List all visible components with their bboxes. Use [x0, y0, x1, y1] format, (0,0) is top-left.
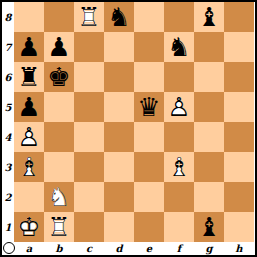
square-a2[interactable]	[14, 182, 44, 212]
file-label-f: f	[164, 242, 194, 255]
square-f6[interactable]	[164, 62, 194, 92]
square-c3[interactable]	[74, 152, 104, 182]
chess-board: ♜♖♞♝♟♟♞♜♚♟♛♟♙♟♙♝♗♝♗♞♘♚♔♜♖♝	[14, 2, 254, 242]
square-g8[interactable]: ♝	[194, 2, 224, 32]
square-a3[interactable]: ♝♗	[14, 152, 44, 182]
square-c2[interactable]	[74, 182, 104, 212]
square-d3[interactable]	[104, 152, 134, 182]
square-h7[interactable]	[224, 32, 254, 62]
square-f4[interactable]	[164, 122, 194, 152]
piece-black-knight-icon[interactable]: ♞	[164, 32, 194, 62]
piece-black-knight-icon[interactable]: ♞	[104, 2, 134, 32]
piece-black-bishop-icon[interactable]: ♝	[194, 2, 224, 32]
square-e7[interactable]	[134, 32, 164, 62]
piece-white-rook-icon[interactable]: ♜♖	[74, 2, 104, 32]
rank-label-4: 4	[2, 122, 14, 152]
file-label-b: b	[44, 242, 74, 255]
square-f5[interactable]: ♟♙	[164, 92, 194, 122]
piece-outline-layer: ♔	[14, 212, 44, 242]
square-e2[interactable]	[134, 182, 164, 212]
piece-outline-layer: ♗	[164, 152, 194, 182]
square-a8[interactable]	[14, 2, 44, 32]
square-h2[interactable]	[224, 182, 254, 212]
square-e5[interactable]: ♛	[134, 92, 164, 122]
square-g6[interactable]	[194, 62, 224, 92]
piece-outline-layer: ♙	[14, 122, 44, 152]
square-d7[interactable]	[104, 32, 134, 62]
square-e6[interactable]	[134, 62, 164, 92]
square-h5[interactable]	[224, 92, 254, 122]
square-h6[interactable]	[224, 62, 254, 92]
square-c5[interactable]	[74, 92, 104, 122]
piece-outline-layer: ♙	[164, 92, 194, 122]
square-a5[interactable]: ♟	[14, 92, 44, 122]
square-b3[interactable]	[44, 152, 74, 182]
square-c8[interactable]: ♜♖	[74, 2, 104, 32]
square-g2[interactable]	[194, 182, 224, 212]
square-d2[interactable]	[104, 182, 134, 212]
square-e4[interactable]	[134, 122, 164, 152]
square-a1[interactable]: ♚♔	[14, 212, 44, 242]
square-b8[interactable]	[44, 2, 74, 32]
rank-label-8: 8	[2, 2, 14, 32]
piece-black-pawn-icon[interactable]: ♟	[44, 32, 74, 62]
side-to-move-indicator	[3, 242, 15, 254]
rank-label-3: 3	[2, 152, 14, 182]
square-b1[interactable]: ♜♖	[44, 212, 74, 242]
piece-black-pawn-icon[interactable]: ♟	[14, 32, 44, 62]
square-d5[interactable]	[104, 92, 134, 122]
file-label-d: d	[104, 242, 134, 255]
square-f7[interactable]: ♞	[164, 32, 194, 62]
piece-outline-layer: ♖	[44, 212, 74, 242]
rank-label-2: 2	[2, 182, 14, 212]
square-d1[interactable]	[104, 212, 134, 242]
square-b6[interactable]: ♚	[44, 62, 74, 92]
piece-white-bishop-icon[interactable]: ♝♗	[164, 152, 194, 182]
chess-diagram: 87654321 ♜♖♞♝♟♟♞♜♚♟♛♟♙♟♙♝♗♝♗♞♘♚♔♜♖♝ abcd…	[0, 0, 257, 257]
square-c6[interactable]	[74, 62, 104, 92]
square-d6[interactable]	[104, 62, 134, 92]
square-f3[interactable]: ♝♗	[164, 152, 194, 182]
square-d4[interactable]	[104, 122, 134, 152]
piece-white-bishop-icon[interactable]: ♝♗	[14, 152, 44, 182]
piece-black-pawn-icon[interactable]: ♟	[14, 92, 44, 122]
file-label-g: g	[194, 242, 224, 255]
square-g7[interactable]	[194, 32, 224, 62]
square-b5[interactable]	[44, 92, 74, 122]
file-labels: abcdefgh	[14, 242, 254, 255]
piece-white-pawn-icon[interactable]: ♟♙	[164, 92, 194, 122]
square-c4[interactable]	[74, 122, 104, 152]
piece-white-king-icon[interactable]: ♚♔	[14, 212, 44, 242]
piece-white-rook-icon[interactable]: ♜♖	[44, 212, 74, 242]
square-d8[interactable]: ♞	[104, 2, 134, 32]
square-h3[interactable]	[224, 152, 254, 182]
square-f2[interactable]	[164, 182, 194, 212]
square-a4[interactable]: ♟♙	[14, 122, 44, 152]
square-g3[interactable]	[194, 152, 224, 182]
square-h4[interactable]	[224, 122, 254, 152]
square-a7[interactable]: ♟	[14, 32, 44, 62]
piece-outline-layer: ♘	[44, 182, 74, 212]
file-label-c: c	[74, 242, 104, 255]
rank-labels: 87654321	[2, 2, 14, 242]
piece-black-rook-icon[interactable]: ♜	[14, 62, 44, 92]
square-e1[interactable]	[134, 212, 164, 242]
square-b7[interactable]: ♟	[44, 32, 74, 62]
square-c7[interactable]	[74, 32, 104, 62]
square-b2[interactable]: ♞♘	[44, 182, 74, 212]
square-a6[interactable]: ♜	[14, 62, 44, 92]
piece-outline-layer: ♗	[14, 152, 44, 182]
square-g4[interactable]	[194, 122, 224, 152]
piece-white-knight-icon[interactable]: ♞♘	[44, 182, 74, 212]
piece-white-pawn-icon[interactable]: ♟♙	[14, 122, 44, 152]
square-f1[interactable]	[164, 212, 194, 242]
square-c1[interactable]	[74, 212, 104, 242]
rank-label-6: 6	[2, 62, 14, 92]
piece-outline-layer: ♖	[74, 2, 104, 32]
rank-label-5: 5	[2, 92, 14, 122]
square-g5[interactable]	[194, 92, 224, 122]
square-e3[interactable]	[134, 152, 164, 182]
square-h8[interactable]	[224, 2, 254, 32]
file-label-e: e	[134, 242, 164, 255]
square-e8[interactable]	[134, 2, 164, 32]
square-g1[interactable]: ♝	[194, 212, 224, 242]
piece-black-queen-icon[interactable]: ♛	[134, 92, 164, 122]
rank-label-1: 1	[2, 212, 14, 242]
square-h1[interactable]	[224, 212, 254, 242]
square-f8[interactable]	[164, 2, 194, 32]
piece-black-king-icon[interactable]: ♚	[44, 62, 74, 92]
file-label-a: a	[14, 242, 44, 255]
square-b4[interactable]	[44, 122, 74, 152]
rank-label-7: 7	[2, 32, 14, 62]
piece-black-bishop-icon[interactable]: ♝	[194, 212, 224, 242]
file-label-h: h	[224, 242, 254, 255]
